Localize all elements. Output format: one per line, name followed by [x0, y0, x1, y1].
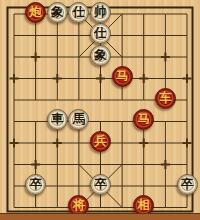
red-chariot-piece[interactable]: 车 — [155, 88, 176, 109]
red-soldier-piece[interactable]: 兵 — [90, 131, 111, 152]
piece-grid[interactable]: 炮象仕帅仕象马车車馬马兵卒卒卒将相 — [3, 3, 198, 218]
red-horse-piece[interactable]: 马 — [133, 109, 154, 130]
ivory-chariot-piece[interactable]: 車 — [47, 109, 68, 130]
ivory-soldier-piece[interactable]: 卒 — [90, 174, 111, 195]
ivory-king-piece[interactable]: 帅 — [90, 2, 111, 23]
ivory-soldier-piece[interactable]: 卒 — [177, 174, 198, 195]
ivory-horse-piece[interactable]: 馬 — [68, 109, 89, 130]
red-cannon-piece[interactable]: 炮 — [25, 2, 46, 23]
ivory-elephant-piece[interactable]: 象 — [90, 45, 111, 66]
table-edge — [0, 213, 200, 220]
ivory-advisor-piece[interactable]: 仕 — [68, 2, 89, 23]
ivory-advisor-piece[interactable]: 仕 — [90, 23, 111, 44]
xiangqi-board[interactable]: 炮象仕帅仕象马车車馬马兵卒卒卒将相 — [0, 0, 200, 220]
ivory-elephant-piece[interactable]: 象 — [47, 2, 68, 23]
ivory-soldier-piece[interactable]: 卒 — [25, 174, 46, 195]
red-horse-piece[interactable]: 马 — [112, 66, 133, 87]
